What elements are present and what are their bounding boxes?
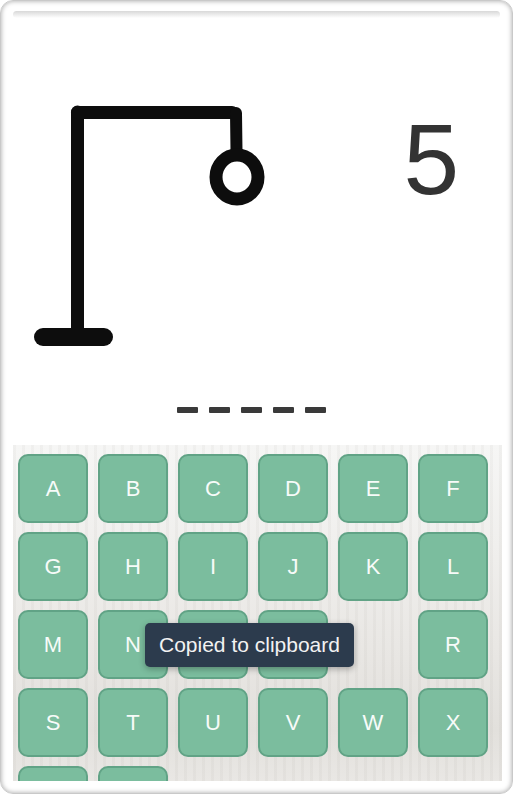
key-h[interactable]: H (98, 532, 168, 601)
letter-slot (209, 407, 230, 413)
hangman-game-card: 5 ABCDEFGHIJKLMNOPQRSTUVWXYZ Copied to c… (0, 0, 513, 794)
keyboard-background: ABCDEFGHIJKLMNOPQRSTUVWXYZ (13, 445, 502, 781)
letter-slot (305, 407, 326, 413)
key-v[interactable]: V (258, 688, 328, 757)
key-m[interactable]: M (18, 610, 88, 679)
lives-counter: 5 (403, 109, 457, 209)
letter-slot (273, 407, 294, 413)
key-s[interactable]: S (18, 688, 88, 757)
key-x[interactable]: X (418, 688, 488, 757)
key-t[interactable]: T (98, 688, 168, 757)
key-g[interactable]: G (18, 532, 88, 601)
key-d[interactable]: D (258, 454, 328, 523)
key-l[interactable]: L (418, 532, 488, 601)
key-z[interactable]: Z (98, 766, 168, 781)
letter-slot (177, 407, 198, 413)
key-k[interactable]: K (338, 532, 408, 601)
key-b[interactable]: B (98, 454, 168, 523)
hangman-gallows-icon (1, 1, 301, 361)
key-w[interactable]: W (338, 688, 408, 757)
key-i[interactable]: I (178, 532, 248, 601)
key-f[interactable]: F (418, 454, 488, 523)
key-c[interactable]: C (178, 454, 248, 523)
key-e[interactable]: E (338, 454, 408, 523)
toast-message: Copied to clipboard (159, 633, 340, 657)
letter-slot (241, 407, 262, 413)
toast-notification: Copied to clipboard (145, 623, 354, 667)
key-a[interactable]: A (18, 454, 88, 523)
gallows-rope (236, 113, 237, 151)
key-r[interactable]: R (418, 610, 488, 679)
gallows-noose (216, 155, 258, 199)
keyboard: ABCDEFGHIJKLMNOPQRSTUVWXYZ (18, 454, 488, 781)
key-y[interactable]: Y (18, 766, 88, 781)
key-j[interactable]: J (258, 532, 328, 601)
word-slots (0, 407, 507, 413)
key-u[interactable]: U (178, 688, 248, 757)
